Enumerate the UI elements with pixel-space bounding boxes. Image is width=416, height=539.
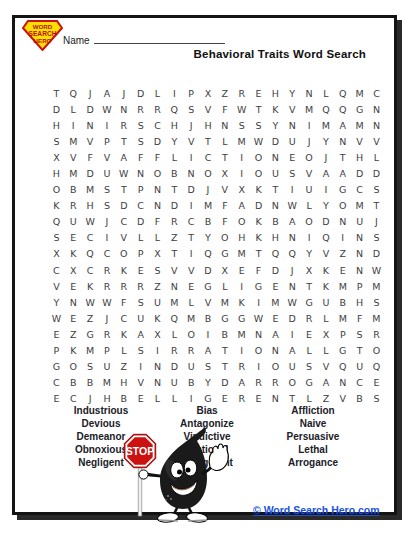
grid-cell: N xyxy=(132,165,149,181)
grid-cell: T xyxy=(115,182,132,198)
grid-cell: M xyxy=(216,294,233,310)
grid-cell: J xyxy=(82,85,99,101)
grid-cell: C xyxy=(48,262,65,278)
grid-cell: D xyxy=(166,198,183,214)
grid-cell: V xyxy=(351,133,368,149)
grid-cell: T xyxy=(216,149,233,165)
grid-cell: O xyxy=(149,165,166,181)
grid-cell: P xyxy=(183,85,200,101)
grid-cell: C xyxy=(99,246,116,262)
grid-cell: Z xyxy=(65,326,82,342)
grid-cell: N xyxy=(284,117,301,133)
grid-cell: O xyxy=(48,182,65,198)
grid-cell: G xyxy=(216,246,233,262)
word-list-item: Affliction xyxy=(257,404,369,417)
grid-cell: V xyxy=(216,182,233,198)
grid-cell: R xyxy=(149,101,166,117)
grid-cell: G xyxy=(216,310,233,326)
grid-cell: S xyxy=(250,117,267,133)
grid-cell: S xyxy=(301,359,318,375)
grid-cell: T xyxy=(250,101,267,117)
grid-cell: V xyxy=(65,149,82,165)
grid-cell: E xyxy=(183,278,200,294)
grid-cell: L xyxy=(183,294,200,310)
grid-cell: H xyxy=(82,198,99,214)
grid-cell: D xyxy=(368,246,385,262)
grid-cell: J xyxy=(368,214,385,230)
grid-cell: R xyxy=(99,262,116,278)
grid-cell: K xyxy=(82,278,99,294)
word-list-item: Lethal xyxy=(257,443,369,456)
grid-cell: J xyxy=(301,133,318,149)
grid-cell: N xyxy=(284,278,301,294)
grid-cell: W xyxy=(250,133,267,149)
grid-cell: U xyxy=(351,214,368,230)
grid-cell: G xyxy=(200,278,217,294)
name-line xyxy=(94,34,225,44)
grid-cell: X xyxy=(48,246,65,262)
grid-cell: S xyxy=(132,343,149,359)
grid-cell: I xyxy=(99,230,116,246)
grid-cell: B xyxy=(183,375,200,391)
grid-cell: T xyxy=(200,133,217,149)
grid-cell: Z xyxy=(166,230,183,246)
grid-cell: V xyxy=(318,246,335,262)
grid-cell: U xyxy=(301,182,318,198)
grid-cell: O xyxy=(301,214,318,230)
grid-cell: E xyxy=(132,262,149,278)
grid-cell: O xyxy=(183,326,200,342)
grid-cell: F xyxy=(216,101,233,117)
grid-cell: T xyxy=(368,198,385,214)
grid-cell: J xyxy=(115,85,132,101)
grid-cell: K xyxy=(318,262,335,278)
grid-cell: W xyxy=(233,101,250,117)
mascot-oil-drop: STOP xyxy=(104,418,239,526)
grid-cell: S xyxy=(132,294,149,310)
pupil-right xyxy=(186,468,191,473)
grid-cell: S xyxy=(351,326,368,342)
logo-text-word: WORD xyxy=(33,23,53,30)
grid-cell: I xyxy=(99,117,116,133)
grid-cell: S xyxy=(368,182,385,198)
grid-cell: F xyxy=(351,310,368,326)
grid-cell: Q xyxy=(267,246,284,262)
page-title: Behavioral Traits Word Search xyxy=(194,48,366,60)
grid-cell: E xyxy=(65,278,82,294)
grid-cell: P xyxy=(334,326,351,342)
grid-cell: M xyxy=(267,294,284,310)
grid-cell: T xyxy=(216,343,233,359)
grid-cell: I xyxy=(284,326,301,342)
grid-cell: S xyxy=(368,230,385,246)
footer-link[interactable]: © Word Search Hero.com xyxy=(253,504,380,516)
grid-cell: U xyxy=(267,165,284,181)
name-row: Name xyxy=(63,34,225,46)
grid-cell: R xyxy=(233,359,250,375)
grid-cell: A xyxy=(334,165,351,181)
grid-cell: S xyxy=(368,294,385,310)
grid-cell: Q xyxy=(166,101,183,117)
grid-cell: D xyxy=(82,165,99,181)
grid-cell: I xyxy=(183,246,200,262)
grid-cell: U xyxy=(132,310,149,326)
grid-cell: V xyxy=(115,230,132,246)
name-label: Name xyxy=(63,35,90,46)
word-list-item: Persuasive xyxy=(257,430,369,443)
grid-cell: R xyxy=(132,278,149,294)
grid-cell: M xyxy=(334,278,351,294)
grid-cell: U xyxy=(318,294,335,310)
grid-cell: B xyxy=(166,165,183,181)
grid-cell: I xyxy=(284,182,301,198)
grid-cell: O xyxy=(301,149,318,165)
grid-cell: O xyxy=(250,149,267,165)
grid-cell: M xyxy=(200,198,217,214)
grid-cell: H xyxy=(267,230,284,246)
grid-cell: O xyxy=(250,343,267,359)
grid-cell: N xyxy=(334,133,351,149)
grid-cell: A xyxy=(99,85,116,101)
grid-cell: V xyxy=(48,278,65,294)
grid-cell: W xyxy=(368,262,385,278)
grid-cell: C xyxy=(200,149,217,165)
grid-cell: V xyxy=(200,294,217,310)
grid-cell: R xyxy=(183,343,200,359)
grid-cell: Z xyxy=(115,359,132,375)
grid-cell: E xyxy=(301,326,318,342)
grid-cell: M xyxy=(233,326,250,342)
grid-cell: E xyxy=(233,262,250,278)
grid-cell: D xyxy=(82,101,99,117)
grid-cell: G xyxy=(334,343,351,359)
grid-cell: U xyxy=(149,294,166,310)
grid-cell: I xyxy=(233,278,250,294)
grid-cell: U xyxy=(99,359,116,375)
grid-cell: O xyxy=(267,359,284,375)
grid-cell: R xyxy=(233,85,250,101)
grid-cell: X xyxy=(216,262,233,278)
page-frame: WORD SEARCH HERO Name Behavioral Traits … xyxy=(12,15,397,515)
grid-cell: B xyxy=(216,326,233,342)
grid-cell: C xyxy=(368,85,385,101)
grid-cell: E xyxy=(65,310,82,326)
grid-cell: Y xyxy=(284,85,301,101)
grid-cell: F xyxy=(132,149,149,165)
grid-cell: X xyxy=(48,149,65,165)
grid-cell: E xyxy=(267,278,284,294)
grid-cell: Y xyxy=(318,198,335,214)
grid-cell: R xyxy=(368,326,385,342)
grid-cell: M xyxy=(82,343,99,359)
word-list-item: Naive xyxy=(257,417,369,430)
grid-cell: S xyxy=(200,359,217,375)
grid-cell: X xyxy=(318,326,335,342)
grid-cell: F xyxy=(115,294,132,310)
grid-cell: D xyxy=(132,214,149,230)
grid-cell: I xyxy=(233,149,250,165)
grid-cell: R xyxy=(166,343,183,359)
grid-cell: V xyxy=(301,165,318,181)
grid-cell: B xyxy=(200,310,217,326)
grid-cell: A xyxy=(233,198,250,214)
grid-cell: M xyxy=(351,85,368,101)
grid-cell: Q xyxy=(334,85,351,101)
grid-cell: S xyxy=(183,101,200,117)
grid-cell: F xyxy=(216,214,233,230)
grid-cell: W xyxy=(99,101,116,117)
grid-cell: I xyxy=(200,326,217,342)
grid-cell: M xyxy=(233,246,250,262)
grid-cell: K xyxy=(233,294,250,310)
grid-cell: O xyxy=(368,343,385,359)
grid-cell: V xyxy=(183,262,200,278)
grid-cell: K xyxy=(149,310,166,326)
grid-cell: W xyxy=(99,294,116,310)
grid-cell: K xyxy=(318,278,335,294)
grid-cell: H xyxy=(48,165,65,181)
grid-cell: K xyxy=(115,326,132,342)
grid-cell: H xyxy=(233,230,250,246)
grid-cell: Z xyxy=(216,85,233,101)
grid-cell: S xyxy=(99,198,116,214)
grid-cell: M xyxy=(351,117,368,133)
grid-cell: Q xyxy=(368,359,385,375)
grid-cell: R xyxy=(301,310,318,326)
grid-cell: I xyxy=(132,359,149,375)
grid-cell: E xyxy=(284,149,301,165)
grid-cell: J xyxy=(200,182,217,198)
grid-cell: N xyxy=(267,149,284,165)
pupil-left xyxy=(177,470,182,475)
grid-cell: N xyxy=(65,294,82,310)
grid-cell: H xyxy=(267,85,284,101)
grid-cell: D xyxy=(284,310,301,326)
grid-cell: N xyxy=(267,343,284,359)
grid-cell: V xyxy=(318,359,335,375)
eye-right xyxy=(184,460,197,476)
logo-text-hero: HERO xyxy=(34,37,52,44)
grid-cell: N xyxy=(351,262,368,278)
grid-cell: L xyxy=(149,85,166,101)
grid-cell: C xyxy=(115,214,132,230)
grid-cell: I xyxy=(301,117,318,133)
grid-cell: Q xyxy=(200,246,217,262)
grid-cell: I xyxy=(183,149,200,165)
grid-cell: G xyxy=(82,326,99,342)
grid-cell: A xyxy=(318,375,335,391)
grid-cell: F xyxy=(82,149,99,165)
grid-cell: T xyxy=(48,85,65,101)
grid-cell: N xyxy=(284,230,301,246)
grid-cell: O xyxy=(115,246,132,262)
grid-cell: W xyxy=(82,214,99,230)
grid-cell: M xyxy=(233,133,250,149)
word-list-item: Bias xyxy=(151,404,263,417)
grid-cell: T xyxy=(250,246,267,262)
grid-cell: D xyxy=(166,359,183,375)
grid-cell: C xyxy=(82,230,99,246)
grid-cell: D xyxy=(115,198,132,214)
grid-cell: Q xyxy=(334,101,351,117)
grid-cell: G xyxy=(334,182,351,198)
grid-cell: T xyxy=(334,149,351,165)
grid-cell: M xyxy=(65,133,82,149)
grid-cell: S xyxy=(284,165,301,181)
grid-cell: U xyxy=(183,359,200,375)
grid-cell: G xyxy=(301,294,318,310)
grid-cell: R xyxy=(250,375,267,391)
grid-cell: T xyxy=(115,133,132,149)
grid-cell: J xyxy=(284,262,301,278)
grid-cell: D xyxy=(250,198,267,214)
grid-cell: B xyxy=(334,294,351,310)
grid-cell: P xyxy=(132,182,149,198)
grid-cell: X xyxy=(65,262,82,278)
grid-cell: A xyxy=(284,214,301,230)
grid-cell: P xyxy=(351,278,368,294)
grid-cell: A xyxy=(233,375,250,391)
grid-cell: O xyxy=(216,230,233,246)
grid-cell: W xyxy=(115,165,132,181)
grid-cell: L xyxy=(301,343,318,359)
grid-cell: N xyxy=(216,117,233,133)
grid-cell: N xyxy=(368,101,385,117)
grid-cell: B xyxy=(65,182,82,198)
grid-cell: G xyxy=(233,310,250,326)
grid-cell: E xyxy=(334,262,351,278)
grid-cell: I xyxy=(65,117,82,133)
grid-cell: B xyxy=(267,214,284,230)
word-list-item: Industrious xyxy=(45,404,157,417)
grid-cell: K xyxy=(250,214,267,230)
grid-cell: R xyxy=(166,214,183,230)
grid-cell: F xyxy=(149,214,166,230)
grid-cell: C xyxy=(149,117,166,133)
grid-cell: L xyxy=(115,343,132,359)
grid-cell: A xyxy=(318,165,335,181)
grid-cell: T xyxy=(301,278,318,294)
grid-cell: T xyxy=(216,359,233,375)
grid-cell: U xyxy=(284,359,301,375)
logo-text-search: SEARCH xyxy=(29,30,57,37)
grid-cell: U xyxy=(65,214,82,230)
grid-cell: X xyxy=(233,182,250,198)
grid-cell: V xyxy=(99,149,116,165)
grid-cell: B xyxy=(200,214,217,230)
grid-cell: N xyxy=(301,85,318,101)
grid-cell: L xyxy=(166,149,183,165)
grid-cell: U xyxy=(351,359,368,375)
grid-cell: Y xyxy=(200,375,217,391)
grid-cell: J xyxy=(99,214,116,230)
grid-cell: M xyxy=(166,294,183,310)
grid-cell: Y xyxy=(48,294,65,310)
grid-cell: N xyxy=(149,375,166,391)
grid-cell: G xyxy=(301,375,318,391)
grid-cell: G xyxy=(250,278,267,294)
grid-cell: M xyxy=(65,165,82,181)
grid-cell: S xyxy=(368,391,385,407)
grid-cell: Z xyxy=(149,278,166,294)
shoe-soles xyxy=(159,520,207,521)
grid-cell: H xyxy=(166,117,183,133)
grid-cell: Q xyxy=(318,230,335,246)
grid-cell: T xyxy=(183,230,200,246)
grid-cell: G xyxy=(48,359,65,375)
grid-cell: J xyxy=(318,149,335,165)
grid-cell: K xyxy=(115,262,132,278)
grid-cell: R xyxy=(115,278,132,294)
grid-cell: X xyxy=(216,165,233,181)
grid-cell: W xyxy=(48,310,65,326)
grid-cell: L xyxy=(216,278,233,294)
grid-cell: N xyxy=(351,246,368,262)
grid-cell: D xyxy=(200,262,217,278)
grid-cell: D xyxy=(132,85,149,101)
glove-left xyxy=(139,470,148,479)
grid-cell: N xyxy=(250,326,267,342)
grid-cell: O xyxy=(334,198,351,214)
grid-cell: N xyxy=(149,198,166,214)
grid-cell: N xyxy=(149,359,166,375)
grid-cell: S xyxy=(48,230,65,246)
grid-cell: O xyxy=(233,214,250,230)
grid-cell: C xyxy=(132,198,149,214)
grid-cell: H xyxy=(48,117,65,133)
grid-cell: Z xyxy=(334,246,351,262)
grid-cell: M xyxy=(99,375,116,391)
grid-cell: M xyxy=(334,310,351,326)
grid-cell: K xyxy=(65,343,82,359)
grid-cell: D xyxy=(216,375,233,391)
grid-cell: N xyxy=(368,117,385,133)
grid-cell: L xyxy=(301,198,318,214)
grid-cell: E xyxy=(368,375,385,391)
grid-cell: M xyxy=(318,117,335,133)
grid-cell: R xyxy=(267,375,284,391)
grid-cell: S xyxy=(99,182,116,198)
grid-cell: X xyxy=(149,326,166,342)
grid-cell: P xyxy=(132,246,149,262)
speckle xyxy=(170,498,172,500)
grid-cell: X xyxy=(149,246,166,262)
grid-cell: F xyxy=(250,262,267,278)
grid-cell: E xyxy=(48,326,65,342)
grid-cell: Q xyxy=(318,101,335,117)
grid-cell: T xyxy=(351,343,368,359)
grid-cell: V xyxy=(368,133,385,149)
grid-cell: A xyxy=(132,326,149,342)
grid-cell: I xyxy=(250,359,267,375)
grid-cell: V xyxy=(183,133,200,149)
grid-cell: F xyxy=(216,198,233,214)
grid-cell: R xyxy=(99,278,116,294)
grid-cell: D xyxy=(368,165,385,181)
grid-cell: Y xyxy=(267,117,284,133)
grid-cell: I xyxy=(183,198,200,214)
grid-cell: U xyxy=(99,165,116,181)
grid-cell: N xyxy=(82,117,99,133)
grid-cell: I xyxy=(250,294,267,310)
word-list-item: Arrogance xyxy=(257,456,369,469)
grid-cell: Y xyxy=(166,133,183,149)
grid-cell: K xyxy=(250,230,267,246)
grid-cell: J xyxy=(183,117,200,133)
stop-sign-text: STOP xyxy=(126,445,154,457)
grid-cell: M xyxy=(301,101,318,117)
grid-cell: C xyxy=(48,375,65,391)
